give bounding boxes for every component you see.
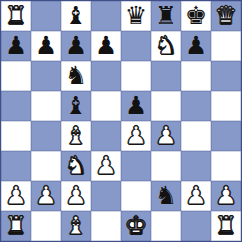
piece-white-rook[interactable]: ♜ xyxy=(5,213,27,238)
square-c4[interactable]: ♝ xyxy=(61,121,91,151)
square-b1[interactable] xyxy=(31,211,61,241)
square-d2[interactable] xyxy=(91,181,121,211)
piece-black-king[interactable]: ♚ xyxy=(185,3,207,28)
piece-black-queen[interactable]: ♛ xyxy=(125,3,147,28)
square-g8[interactable]: ♚ xyxy=(181,1,211,31)
piece-black-bishop[interactable]: ♝ xyxy=(65,3,87,28)
piece-black-bishop[interactable]: ♝ xyxy=(65,93,87,118)
square-f3[interactable] xyxy=(151,151,181,181)
square-g2[interactable]: ♟ xyxy=(181,181,211,211)
piece-black-pawn[interactable]: ♟ xyxy=(65,33,87,58)
square-d3[interactable]: ♟ xyxy=(91,151,121,181)
square-c7[interactable]: ♟ xyxy=(61,31,91,61)
piece-white-king[interactable]: ♚ xyxy=(125,213,147,238)
square-a3[interactable] xyxy=(1,151,31,181)
square-g4[interactable] xyxy=(181,121,211,151)
square-c5[interactable]: ♝ xyxy=(61,91,91,121)
square-d8[interactable] xyxy=(91,1,121,31)
square-g3[interactable] xyxy=(181,151,211,181)
square-e3[interactable] xyxy=(121,151,151,181)
square-e8[interactable]: ♛ xyxy=(121,1,151,31)
square-h1[interactable]: ♜ xyxy=(211,211,241,241)
square-a1[interactable]: ♜ xyxy=(1,211,31,241)
square-g7[interactable]: ♟ xyxy=(181,31,211,61)
square-f8[interactable]: ♜ xyxy=(151,1,181,31)
square-d4[interactable] xyxy=(91,121,121,151)
square-f2[interactable]: ♞ xyxy=(151,181,181,211)
piece-black-pawn[interactable]: ♟ xyxy=(35,33,57,58)
square-a8[interactable]: ♜ xyxy=(1,1,31,31)
square-a4[interactable] xyxy=(1,121,31,151)
piece-black-knight[interactable]: ♞ xyxy=(155,183,177,208)
square-c8[interactable]: ♝ xyxy=(61,1,91,31)
square-a6[interactable] xyxy=(1,61,31,91)
square-c6[interactable]: ♞ xyxy=(61,61,91,91)
square-b2[interactable]: ♟ xyxy=(31,181,61,211)
square-h4[interactable] xyxy=(211,121,241,151)
square-b5[interactable] xyxy=(31,91,61,121)
square-b3[interactable] xyxy=(31,151,61,181)
square-b6[interactable] xyxy=(31,61,61,91)
square-g5[interactable] xyxy=(181,91,211,121)
square-h2[interactable]: ♟ xyxy=(211,181,241,211)
square-f6[interactable] xyxy=(151,61,181,91)
piece-black-pawn[interactable]: ♟ xyxy=(95,33,117,58)
piece-white-pawn[interactable]: ♟ xyxy=(155,123,177,148)
piece-white-pawn[interactable]: ♟ xyxy=(35,183,57,208)
square-f7[interactable]: ♞ xyxy=(151,31,181,61)
square-d6[interactable] xyxy=(91,61,121,91)
square-c2[interactable]: ♟ xyxy=(61,181,91,211)
piece-white-pawn[interactable]: ♟ xyxy=(95,153,117,178)
piece-white-pawn[interactable]: ♟ xyxy=(185,183,207,208)
piece-white-pawn[interactable]: ♟ xyxy=(215,183,237,208)
piece-white-rook[interactable]: ♜ xyxy=(5,3,27,28)
square-e5[interactable]: ♟ xyxy=(121,91,151,121)
square-b7[interactable]: ♟ xyxy=(31,31,61,61)
piece-white-pawn[interactable]: ♟ xyxy=(65,183,87,208)
square-g6[interactable] xyxy=(181,61,211,91)
square-d7[interactable]: ♟ xyxy=(91,31,121,61)
square-f5[interactable] xyxy=(151,91,181,121)
piece-white-queen[interactable]: ♛ xyxy=(215,3,237,28)
piece-white-rook[interactable]: ♜ xyxy=(215,213,237,238)
square-h6[interactable] xyxy=(211,61,241,91)
piece-white-bishop[interactable]: ♝ xyxy=(65,213,87,238)
square-e1[interactable]: ♚ xyxy=(121,211,151,241)
piece-black-pawn[interactable]: ♟ xyxy=(125,93,147,118)
square-e2[interactable] xyxy=(121,181,151,211)
square-f1[interactable] xyxy=(151,211,181,241)
piece-white-pawn[interactable]: ♟ xyxy=(5,183,27,208)
square-a7[interactable]: ♟ xyxy=(1,31,31,61)
piece-black-pawn[interactable]: ♟ xyxy=(185,33,207,58)
square-a2[interactable]: ♟ xyxy=(1,181,31,211)
square-h5[interactable] xyxy=(211,91,241,121)
piece-black-rook[interactable]: ♜ xyxy=(155,3,177,28)
square-h3[interactable] xyxy=(211,151,241,181)
piece-white-bishop[interactable]: ♝ xyxy=(65,123,87,148)
square-c1[interactable]: ♝ xyxy=(61,211,91,241)
piece-black-pawn[interactable]: ♟ xyxy=(5,33,27,58)
square-e4[interactable]: ♟ xyxy=(121,121,151,151)
square-e6[interactable] xyxy=(121,61,151,91)
square-d1[interactable] xyxy=(91,211,121,241)
piece-white-knight[interactable]: ♞ xyxy=(155,33,177,58)
square-b4[interactable] xyxy=(31,121,61,151)
square-g1[interactable] xyxy=(181,211,211,241)
square-d5[interactable] xyxy=(91,91,121,121)
piece-black-knight[interactable]: ♞ xyxy=(65,63,87,88)
square-a5[interactable] xyxy=(1,91,31,121)
chess-board: ♜♝♛♜♚♛♟♟♟♟♞♟♞♝♟♝♟♟♞♟♟♟♟♞♟♟♜♝♚♜ xyxy=(0,0,242,242)
square-h8[interactable]: ♛ xyxy=(211,1,241,31)
piece-white-pawn[interactable]: ♟ xyxy=(125,123,147,148)
square-f4[interactable]: ♟ xyxy=(151,121,181,151)
square-e7[interactable] xyxy=(121,31,151,61)
square-h7[interactable] xyxy=(211,31,241,61)
square-c3[interactable]: ♞ xyxy=(61,151,91,181)
piece-white-knight[interactable]: ♞ xyxy=(65,153,87,178)
square-b8[interactable] xyxy=(31,1,61,31)
